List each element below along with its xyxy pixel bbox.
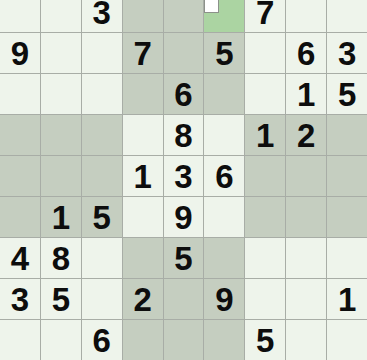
cell-r5c3[interactable] bbox=[82, 156, 122, 196]
cell-r7c4[interactable] bbox=[123, 238, 163, 278]
cell-r1c2[interactable] bbox=[41, 0, 81, 32]
digit: 5 bbox=[256, 324, 274, 357]
cell-r4c2[interactable] bbox=[41, 115, 81, 155]
digit: 6 bbox=[215, 160, 233, 193]
cell-r9c1[interactable] bbox=[0, 320, 40, 360]
sudoku-board: 37975636158121361594853529165 bbox=[0, 0, 367, 360]
cell-r8c1[interactable]: 3 bbox=[0, 279, 40, 319]
cell-r4c6[interactable] bbox=[204, 115, 244, 155]
cell-r3c9[interactable]: 5 bbox=[327, 74, 367, 114]
sudoku-grid: 37975636158121361594853529165 bbox=[0, 0, 367, 360]
selection-handle-icon bbox=[204, 0, 219, 13]
cell-r7c5[interactable]: 5 bbox=[164, 238, 204, 278]
cell-r3c4[interactable] bbox=[123, 74, 163, 114]
cell-r5c7[interactable] bbox=[245, 156, 285, 196]
cell-r3c8[interactable]: 1 bbox=[286, 74, 326, 114]
cell-r8c3[interactable] bbox=[82, 279, 122, 319]
digit: 7 bbox=[133, 37, 151, 70]
digit: 8 bbox=[52, 242, 70, 275]
cell-r1c4[interactable] bbox=[123, 0, 163, 32]
cell-r6c4[interactable] bbox=[123, 197, 163, 237]
digit: 1 bbox=[52, 201, 70, 234]
cell-r6c9[interactable] bbox=[327, 197, 367, 237]
cell-r3c1[interactable] bbox=[0, 74, 40, 114]
cell-r1c3[interactable]: 3 bbox=[82, 0, 122, 32]
cell-r2c6[interactable]: 5 bbox=[204, 33, 244, 73]
cell-r1c6[interactable] bbox=[204, 0, 244, 32]
cell-r5c1[interactable] bbox=[0, 156, 40, 196]
cell-r6c5[interactable]: 9 bbox=[164, 197, 204, 237]
cell-r5c6[interactable]: 6 bbox=[204, 156, 244, 196]
cell-r7c8[interactable] bbox=[286, 238, 326, 278]
cell-r7c6[interactable] bbox=[204, 238, 244, 278]
digit: 5 bbox=[174, 242, 192, 275]
digit: 2 bbox=[133, 283, 151, 316]
cell-r6c3[interactable]: 5 bbox=[82, 197, 122, 237]
digit: 8 bbox=[174, 119, 192, 152]
cell-r9c2[interactable] bbox=[41, 320, 81, 360]
cell-r7c1[interactable]: 4 bbox=[0, 238, 40, 278]
digit: 6 bbox=[297, 37, 315, 70]
cell-r5c4[interactable]: 1 bbox=[123, 156, 163, 196]
cell-r5c2[interactable] bbox=[41, 156, 81, 196]
cell-r9c5[interactable] bbox=[164, 320, 204, 360]
digit: 9 bbox=[174, 201, 192, 234]
cell-r2c5[interactable] bbox=[164, 33, 204, 73]
digit: 4 bbox=[11, 242, 29, 275]
digit: 3 bbox=[11, 283, 29, 316]
cell-r2c7[interactable] bbox=[245, 33, 285, 73]
digit: 1 bbox=[338, 283, 356, 316]
cell-r8c6[interactable]: 9 bbox=[204, 279, 244, 319]
cell-r6c8[interactable] bbox=[286, 197, 326, 237]
cell-r2c9[interactable]: 3 bbox=[327, 33, 367, 73]
cell-r8c4[interactable]: 2 bbox=[123, 279, 163, 319]
digit: 3 bbox=[174, 160, 192, 193]
cell-r4c4[interactable] bbox=[123, 115, 163, 155]
cell-r4c8[interactable]: 2 bbox=[286, 115, 326, 155]
digit: 5 bbox=[338, 78, 356, 111]
cell-r9c4[interactable] bbox=[123, 320, 163, 360]
digit: 5 bbox=[52, 283, 70, 316]
cell-r4c3[interactable] bbox=[82, 115, 122, 155]
cell-r5c9[interactable] bbox=[327, 156, 367, 196]
cell-r4c9[interactable] bbox=[327, 115, 367, 155]
digit: 6 bbox=[93, 324, 111, 357]
digit: 9 bbox=[215, 283, 233, 316]
digit: 3 bbox=[93, 0, 111, 29]
cell-r7c9[interactable] bbox=[327, 238, 367, 278]
cell-r8c5[interactable] bbox=[164, 279, 204, 319]
cell-r6c7[interactable] bbox=[245, 197, 285, 237]
digit: 7 bbox=[256, 0, 274, 29]
cell-r5c5[interactable]: 3 bbox=[164, 156, 204, 196]
cell-r2c4[interactable]: 7 bbox=[123, 33, 163, 73]
cell-r1c9[interactable] bbox=[327, 0, 367, 32]
cell-r1c5[interactable] bbox=[164, 0, 204, 32]
cell-r9c9[interactable] bbox=[327, 320, 367, 360]
cell-r4c1[interactable] bbox=[0, 115, 40, 155]
cell-r9c6[interactable] bbox=[204, 320, 244, 360]
cell-r9c7[interactable]: 5 bbox=[245, 320, 285, 360]
cell-r5c8[interactable] bbox=[286, 156, 326, 196]
digit: 1 bbox=[133, 160, 151, 193]
cell-r9c8[interactable] bbox=[286, 320, 326, 360]
cell-r2c8[interactable]: 6 bbox=[286, 33, 326, 73]
cell-r8c7[interactable] bbox=[245, 279, 285, 319]
cell-r3c7[interactable] bbox=[245, 74, 285, 114]
cell-r1c7[interactable]: 7 bbox=[245, 0, 285, 32]
cell-r2c2[interactable] bbox=[41, 33, 81, 73]
digit: 3 bbox=[338, 37, 356, 70]
cell-r7c7[interactable] bbox=[245, 238, 285, 278]
cell-r3c6[interactable] bbox=[204, 74, 244, 114]
cell-r2c1[interactable]: 9 bbox=[0, 33, 40, 73]
cell-r6c2[interactable]: 1 bbox=[41, 197, 81, 237]
cell-r8c2[interactable]: 5 bbox=[41, 279, 81, 319]
cell-r8c9[interactable]: 1 bbox=[327, 279, 367, 319]
digit: 1 bbox=[297, 78, 315, 111]
cell-r3c3[interactable] bbox=[82, 74, 122, 114]
cell-r3c5[interactable]: 6 bbox=[164, 74, 204, 114]
digit: 1 bbox=[256, 119, 274, 152]
cell-r1c8[interactable] bbox=[286, 0, 326, 32]
cell-r1c1[interactable] bbox=[0, 0, 40, 32]
cell-r3c2[interactable] bbox=[41, 74, 81, 114]
cell-r6c6[interactable] bbox=[204, 197, 244, 237]
digit: 5 bbox=[93, 201, 111, 234]
cell-r9c3[interactable]: 6 bbox=[82, 320, 122, 360]
cell-r2c3[interactable] bbox=[82, 33, 122, 73]
cell-r8c8[interactable] bbox=[286, 279, 326, 319]
cell-r4c7[interactable]: 1 bbox=[245, 115, 285, 155]
digit: 2 bbox=[297, 119, 315, 152]
cell-r6c1[interactable] bbox=[0, 197, 40, 237]
digit: 6 bbox=[174, 78, 192, 111]
cell-r7c2[interactable]: 8 bbox=[41, 238, 81, 278]
digit: 9 bbox=[11, 37, 29, 70]
digit: 5 bbox=[215, 37, 233, 70]
cell-r4c5[interactable]: 8 bbox=[164, 115, 204, 155]
cell-r7c3[interactable] bbox=[82, 238, 122, 278]
